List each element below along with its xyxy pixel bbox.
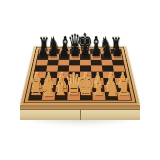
square-c2 [55, 85, 68, 92]
square-c3 [56, 78, 68, 85]
fold-seam [80, 110, 81, 120]
box-front-face [20, 109, 140, 120]
square-b1 [42, 92, 56, 100]
chess-set-photo: ♜♞♝♛♚♝♞♜♟♟♟♟♟♟♟♟♟♟♟♟♟♟♟♟♜♞♝♛♚♝♞♜ [0, 0, 160, 160]
square-b3 [44, 78, 57, 85]
square-e2 [80, 85, 92, 92]
square-e1 [80, 92, 93, 100]
square-g1 [105, 92, 119, 100]
board-grid [28, 49, 132, 101]
chess-board [20, 46, 140, 105]
square-g2 [104, 85, 117, 92]
square-b2 [43, 85, 56, 92]
square-d3 [68, 78, 80, 85]
square-g3 [103, 78, 116, 85]
square-e3 [80, 78, 92, 85]
square-h2 [116, 85, 129, 92]
square-d1 [67, 92, 80, 100]
square-f2 [92, 85, 105, 92]
square-f3 [92, 78, 104, 85]
square-f1 [92, 92, 105, 100]
square-d2 [68, 85, 80, 92]
square-h1 [117, 92, 131, 100]
square-h3 [115, 78, 128, 85]
square-c1 [55, 92, 68, 100]
board-front-edge [20, 105, 140, 120]
